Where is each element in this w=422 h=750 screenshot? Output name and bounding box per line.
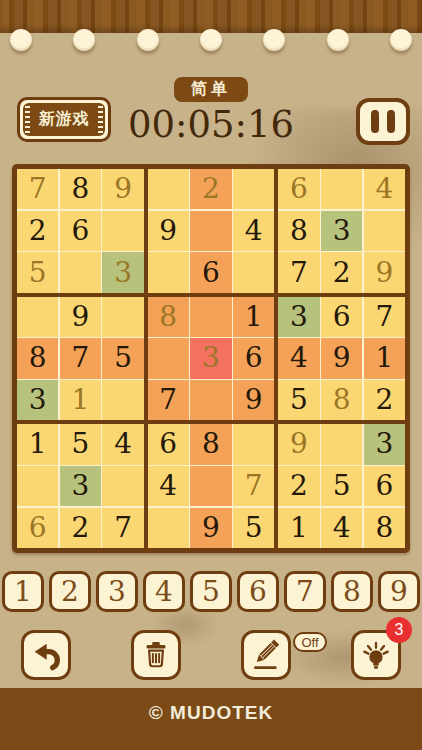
- cell-r4c2[interactable]: 9: [60, 297, 101, 337]
- cell-r2c8[interactable]: 3: [321, 211, 362, 251]
- pause-icon: [371, 110, 379, 133]
- cell-r3c5[interactable]: 6: [190, 252, 231, 292]
- cell-r9c9[interactable]: 8: [364, 508, 405, 548]
- cell-r3c2[interactable]: [60, 252, 101, 292]
- cell-r1c4[interactable]: [148, 169, 189, 209]
- cell-r8c2[interactable]: 3: [60, 466, 101, 506]
- cell-r8c1[interactable]: [17, 466, 58, 506]
- cell-r7c4[interactable]: 6: [148, 424, 189, 464]
- cell-r7c9[interactable]: 3: [364, 424, 405, 464]
- cell-r7c5[interactable]: 8: [190, 424, 231, 464]
- cell-r6c3[interactable]: [102, 380, 143, 420]
- cell-r9c6[interactable]: 5: [233, 508, 274, 548]
- cell-r9c8[interactable]: 4: [321, 508, 362, 548]
- cell-r1c3[interactable]: 9: [102, 169, 143, 209]
- pause-icon: [387, 110, 395, 133]
- cell-r5c4[interactable]: [148, 338, 189, 378]
- cell-r4c8[interactable]: 6: [321, 297, 362, 337]
- cell-r9c2[interactable]: 2: [60, 508, 101, 548]
- hint-count-badge: 3: [386, 617, 412, 643]
- cell-r2c5[interactable]: [190, 211, 231, 251]
- cell-r4c4[interactable]: 8: [148, 297, 189, 337]
- cell-r3c9[interactable]: 9: [364, 252, 405, 292]
- cell-r7c8[interactable]: [321, 424, 362, 464]
- cell-r7c2[interactable]: 5: [60, 424, 101, 464]
- cell-r7c6[interactable]: [233, 424, 274, 464]
- cell-r5c8[interactable]: 9: [321, 338, 362, 378]
- box-8: 684795: [148, 424, 275, 548]
- cell-r1c1[interactable]: 7: [17, 169, 58, 209]
- cell-r8c7[interactable]: 2: [278, 466, 319, 506]
- pause-button[interactable]: [356, 98, 410, 145]
- numpad-key-6[interactable]: 6: [237, 571, 279, 612]
- cell-r7c1[interactable]: 1: [17, 424, 58, 464]
- numpad-key-4[interactable]: 4: [143, 571, 185, 612]
- pencil-notes-button[interactable]: [241, 630, 291, 680]
- cell-r6c4[interactable]: 7: [148, 380, 189, 420]
- numpad-key-9[interactable]: 9: [378, 571, 420, 612]
- numpad-key-3[interactable]: 3: [96, 571, 138, 612]
- cell-r2c9[interactable]: [364, 211, 405, 251]
- cell-r5c5[interactable]: 3: [190, 338, 231, 378]
- copyright-text: © MUDOTEK: [149, 702, 273, 724]
- numpad-key-8[interactable]: 8: [331, 571, 373, 612]
- cell-r6c6[interactable]: 9: [233, 380, 274, 420]
- cell-r8c6[interactable]: 7: [233, 466, 274, 506]
- cell-r4c9[interactable]: 7: [364, 297, 405, 337]
- cell-r8c9[interactable]: 6: [364, 466, 405, 506]
- numpad-key-7[interactable]: 7: [284, 571, 326, 612]
- binding-hole: [137, 29, 159, 51]
- numpad-key-2[interactable]: 2: [49, 571, 91, 612]
- binding-hole: [10, 29, 32, 51]
- cell-r8c3[interactable]: [102, 466, 143, 506]
- cell-r3c7[interactable]: 7: [278, 252, 319, 292]
- cell-r5c1[interactable]: 8: [17, 338, 58, 378]
- cell-r8c8[interactable]: 5: [321, 466, 362, 506]
- pencil-icon: [250, 639, 282, 671]
- box-3: 6483729: [278, 169, 405, 293]
- cell-r2c6[interactable]: 4: [233, 211, 274, 251]
- binding-hole: [390, 29, 412, 51]
- cell-r3c3[interactable]: 3: [102, 252, 143, 292]
- cell-r9c5[interactable]: 9: [190, 508, 231, 548]
- footer-bar: © MUDOTEK: [0, 688, 422, 750]
- box-1: 7892653: [17, 169, 144, 293]
- cell-r5c3[interactable]: 5: [102, 338, 143, 378]
- cell-r2c2[interactable]: 6: [60, 211, 101, 251]
- cell-r3c6[interactable]: [233, 252, 274, 292]
- hint-count: 3: [395, 621, 404, 639]
- pencil-mode-toggle[interactable]: Off: [293, 632, 327, 652]
- box-6: 367491582: [278, 297, 405, 421]
- cell-r3c4[interactable]: [148, 252, 189, 292]
- lightbulb-icon: [360, 639, 392, 671]
- box-7: 1543627: [17, 424, 144, 548]
- box-4: 987531: [17, 297, 144, 421]
- plaque-stripes: [25, 106, 30, 133]
- undo-button[interactable]: [21, 630, 71, 680]
- timer-display: 00:05:16: [91, 103, 331, 146]
- cell-r8c4[interactable]: 4: [148, 466, 189, 506]
- cell-r8c5[interactable]: [190, 466, 231, 506]
- cell-r4c1[interactable]: [17, 297, 58, 337]
- difficulty-badge: 简单: [174, 77, 248, 102]
- cell-r9c7[interactable]: 1: [278, 508, 319, 548]
- numpad-key-1[interactable]: 1: [2, 571, 44, 612]
- pencil-mode-label: Off: [301, 635, 318, 650]
- binding-hole: [263, 29, 285, 51]
- cell-r4c3[interactable]: [102, 297, 143, 337]
- numpad: 123456789: [2, 571, 420, 612]
- sudoku-board: 7892653294664837299875318136793674915821…: [12, 164, 410, 553]
- cell-r9c1[interactable]: 6: [17, 508, 58, 548]
- cell-r9c3[interactable]: 7: [102, 508, 143, 548]
- cell-r5c9[interactable]: 1: [364, 338, 405, 378]
- cell-r4c7[interactable]: 3: [278, 297, 319, 337]
- cell-r6c5[interactable]: [190, 380, 231, 420]
- cell-r9c4[interactable]: [148, 508, 189, 548]
- cell-r7c7[interactable]: 9: [278, 424, 319, 464]
- cell-r7c3[interactable]: 4: [102, 424, 143, 464]
- cell-r2c4[interactable]: 9: [148, 211, 189, 251]
- box-5: 813679: [148, 297, 275, 421]
- cell-r2c1[interactable]: 2: [17, 211, 58, 251]
- binding-hole: [200, 29, 222, 51]
- cell-r4c6[interactable]: 1: [233, 297, 274, 337]
- cell-r5c6[interactable]: 6: [233, 338, 274, 378]
- cell-r1c6[interactable]: [233, 169, 274, 209]
- cell-r2c7[interactable]: 8: [278, 211, 319, 251]
- binding-hole: [73, 29, 95, 51]
- cell-r1c5[interactable]: 2: [190, 169, 231, 209]
- cell-r1c9[interactable]: 4: [364, 169, 405, 209]
- cell-r6c1[interactable]: 3: [17, 380, 58, 420]
- binding-holes: [10, 29, 412, 51]
- numpad-key-5[interactable]: 5: [190, 571, 232, 612]
- cell-r6c7[interactable]: 5: [278, 380, 319, 420]
- cell-r1c7[interactable]: 6: [278, 169, 319, 209]
- erase-button[interactable]: [131, 630, 181, 680]
- trash-icon: [141, 640, 171, 670]
- undo-icon: [30, 639, 62, 671]
- sudoku-app: 新游戏 简单 00:05:16 789265329466483729987531…: [0, 0, 422, 750]
- cell-r2c3[interactable]: [102, 211, 143, 251]
- new-game-label: 新游戏: [39, 109, 90, 130]
- cell-r5c2[interactable]: 7: [60, 338, 101, 378]
- cell-r5c7[interactable]: 4: [278, 338, 319, 378]
- difficulty-label: 简单: [191, 79, 231, 100]
- cell-r1c8[interactable]: [321, 169, 362, 209]
- box-2: 2946: [148, 169, 275, 293]
- cell-r3c1[interactable]: 5: [17, 252, 58, 292]
- cell-r4c5[interactable]: [190, 297, 231, 337]
- box-9: 93256148: [278, 424, 405, 548]
- binding-hole: [327, 29, 349, 51]
- cell-r6c2[interactable]: 1: [60, 380, 101, 420]
- cell-r1c2[interactable]: 8: [60, 169, 101, 209]
- cell-r6c8[interactable]: 8: [321, 380, 362, 420]
- cell-r3c8[interactable]: 2: [321, 252, 362, 292]
- cell-r6c9[interactable]: 2: [364, 380, 405, 420]
